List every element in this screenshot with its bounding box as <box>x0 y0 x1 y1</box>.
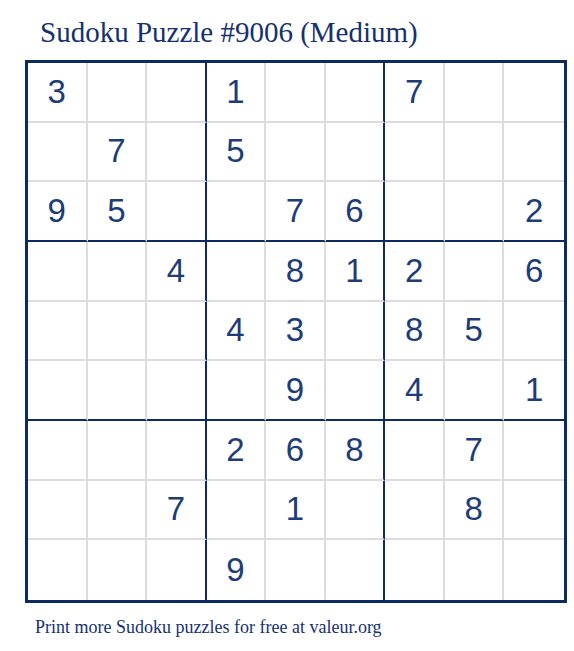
cell-r1c7: 7 <box>385 63 445 123</box>
cell-r6c9: 1 <box>504 361 564 421</box>
cell-r8c3: 7 <box>147 481 207 541</box>
cell-r7c1[interactable] <box>28 421 88 481</box>
cell-r2c4: 5 <box>207 123 267 183</box>
cell-r5c8: 5 <box>445 302 505 362</box>
cell-r6c1[interactable] <box>28 361 88 421</box>
cell-r8c7[interactable] <box>385 481 445 541</box>
cell-r8c6[interactable] <box>326 481 386 541</box>
cell-r2c3[interactable] <box>147 123 207 183</box>
cell-r3c2: 5 <box>88 182 148 242</box>
cell-r3c6: 6 <box>326 182 386 242</box>
cell-r6c2[interactable] <box>88 361 148 421</box>
cell-r6c6[interactable] <box>326 361 386 421</box>
cell-r4c2[interactable] <box>88 242 148 302</box>
cell-r9c8[interactable] <box>445 540 505 600</box>
cell-r7c3[interactable] <box>147 421 207 481</box>
cell-r7c6: 8 <box>326 421 386 481</box>
cell-r8c9[interactable] <box>504 481 564 541</box>
cell-r2c2: 7 <box>88 123 148 183</box>
cell-r7c9[interactable] <box>504 421 564 481</box>
cell-r3c7[interactable] <box>385 182 445 242</box>
cell-r6c5: 9 <box>266 361 326 421</box>
cell-r6c4[interactable] <box>207 361 267 421</box>
cell-r9c1[interactable] <box>28 540 88 600</box>
page-title: Sudoku Puzzle #9006 (Medium) <box>40 16 418 49</box>
cell-r7c4: 2 <box>207 421 267 481</box>
cell-r4c7: 2 <box>385 242 445 302</box>
cell-r5c9[interactable] <box>504 302 564 362</box>
cell-r2c1[interactable] <box>28 123 88 183</box>
cell-r7c8: 7 <box>445 421 505 481</box>
cell-r8c1[interactable] <box>28 481 88 541</box>
cell-r5c1[interactable] <box>28 302 88 362</box>
cell-r2c5[interactable] <box>266 123 326 183</box>
cell-r9c7[interactable] <box>385 540 445 600</box>
footer-text: Print more Sudoku puzzles for free at va… <box>35 617 382 638</box>
cell-r9c6[interactable] <box>326 540 386 600</box>
cell-r9c9[interactable] <box>504 540 564 600</box>
cell-r1c4: 1 <box>207 63 267 123</box>
cell-r1c1: 3 <box>28 63 88 123</box>
cell-r3c8[interactable] <box>445 182 505 242</box>
cell-r3c5: 7 <box>266 182 326 242</box>
cell-r8c4[interactable] <box>207 481 267 541</box>
cell-r1c2[interactable] <box>88 63 148 123</box>
cell-r5c4: 4 <box>207 302 267 362</box>
cell-r7c7[interactable] <box>385 421 445 481</box>
cell-r9c3[interactable] <box>147 540 207 600</box>
cell-r1c5[interactable] <box>266 63 326 123</box>
cell-r2c6[interactable] <box>326 123 386 183</box>
cell-r6c7: 4 <box>385 361 445 421</box>
cell-r4c5: 8 <box>266 242 326 302</box>
cell-r5c3[interactable] <box>147 302 207 362</box>
cell-r2c8[interactable] <box>445 123 505 183</box>
cell-r2c7[interactable] <box>385 123 445 183</box>
cell-r2c9[interactable] <box>504 123 564 183</box>
cell-r7c5: 6 <box>266 421 326 481</box>
cell-r4c8[interactable] <box>445 242 505 302</box>
cell-r1c9[interactable] <box>504 63 564 123</box>
cell-r3c1: 9 <box>28 182 88 242</box>
cell-r5c7: 8 <box>385 302 445 362</box>
cell-r3c9: 2 <box>504 182 564 242</box>
cell-r3c4[interactable] <box>207 182 267 242</box>
cell-r6c8[interactable] <box>445 361 505 421</box>
cell-r5c2[interactable] <box>88 302 148 362</box>
cell-r4c3: 4 <box>147 242 207 302</box>
cell-r4c1[interactable] <box>28 242 88 302</box>
cell-r8c8: 8 <box>445 481 505 541</box>
cell-r9c2[interactable] <box>88 540 148 600</box>
cell-r7c2[interactable] <box>88 421 148 481</box>
cell-r3c3[interactable] <box>147 182 207 242</box>
sudoku-page: Sudoku Puzzle #9006 (Medium) 31775957624… <box>0 0 574 651</box>
cell-r6c3[interactable] <box>147 361 207 421</box>
cell-r9c4: 9 <box>207 540 267 600</box>
cell-r4c6: 1 <box>326 242 386 302</box>
cell-r5c6[interactable] <box>326 302 386 362</box>
cell-r1c8[interactable] <box>445 63 505 123</box>
cell-r1c3[interactable] <box>147 63 207 123</box>
cell-r9c5[interactable] <box>266 540 326 600</box>
sudoku-grid: 317759576248126438594126877189 <box>25 60 567 603</box>
cell-r4c9: 6 <box>504 242 564 302</box>
cell-r5c5: 3 <box>266 302 326 362</box>
cell-r4c4[interactable] <box>207 242 267 302</box>
cell-r1c6[interactable] <box>326 63 386 123</box>
cell-r8c5: 1 <box>266 481 326 541</box>
cell-r8c2[interactable] <box>88 481 148 541</box>
